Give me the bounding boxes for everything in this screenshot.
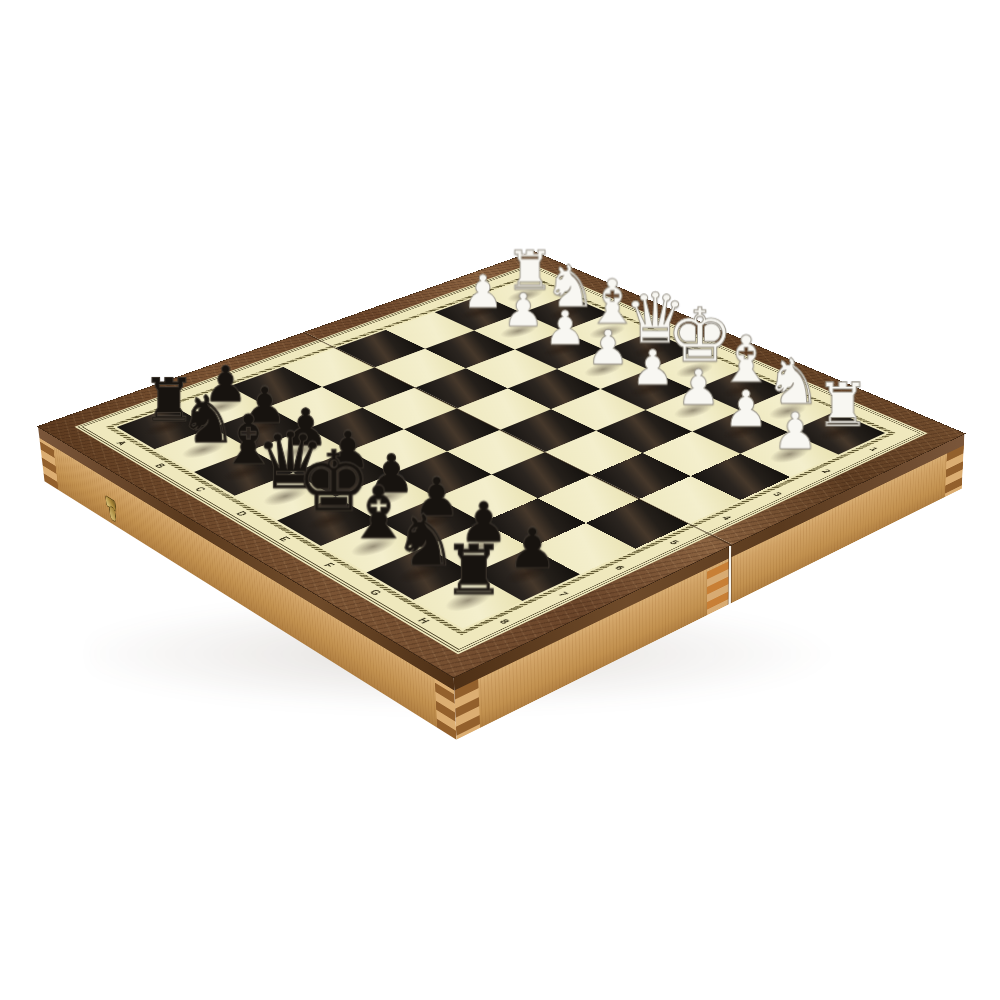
chess-set-photo: ♜♟♟♜♞♟♟♞♝♟♟♝♛♟♟♛♚♟♟♚♝♟♟♝♞♟♟♞♜♟♟♜ ABCDEFG… <box>0 0 1000 1000</box>
board-face: ♜♟♟♜♞♟♟♞♝♟♟♝♛♟♟♛♚♟♟♚♝♟♟♝♞♟♟♞♜♟♟♜ ABCDEFG… <box>75 264 928 654</box>
finger-joint <box>454 679 480 740</box>
white-pawn-glyph: ♟ <box>749 406 841 457</box>
finger-joint <box>945 445 964 497</box>
box-fold-seam <box>728 545 731 605</box>
black-rook-glyph: ♜ <box>423 536 525 604</box>
